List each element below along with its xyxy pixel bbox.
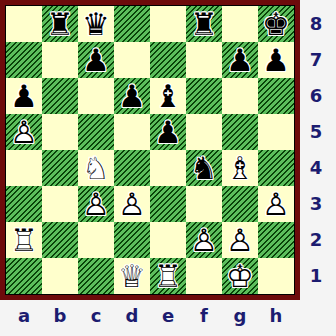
white-pawn-underlay: ♟ bbox=[186, 222, 222, 258]
square-f6[interactable] bbox=[186, 78, 222, 114]
black-king-underlay: ♚ bbox=[258, 6, 294, 42]
square-e4[interactable] bbox=[150, 150, 186, 186]
square-b2[interactable] bbox=[42, 222, 78, 258]
square-d4[interactable] bbox=[114, 150, 150, 186]
white-bishop[interactable]: ♗ bbox=[222, 150, 258, 186]
rank-label-3: 3 bbox=[303, 186, 329, 222]
white-pawn[interactable]: ♙ bbox=[78, 186, 114, 222]
square-h1[interactable] bbox=[258, 258, 294, 294]
square-h5[interactable] bbox=[258, 114, 294, 150]
file-label-f: f bbox=[186, 304, 222, 328]
square-e3[interactable] bbox=[150, 186, 186, 222]
rank-label-7: 7 bbox=[303, 42, 329, 78]
square-b5[interactable] bbox=[42, 114, 78, 150]
square-d3[interactable]: ♟♙ bbox=[114, 186, 150, 222]
square-f2[interactable]: ♟♙ bbox=[186, 222, 222, 258]
black-pawn[interactable]: ♟ bbox=[114, 78, 150, 114]
black-queen-underlay: ♛ bbox=[78, 6, 114, 42]
square-e6[interactable]: ♝♝ bbox=[150, 78, 186, 114]
white-knight-underlay: ♞ bbox=[78, 150, 114, 186]
white-rook[interactable]: ♖ bbox=[6, 222, 42, 258]
black-bishop[interactable]: ♝ bbox=[150, 78, 186, 114]
white-pawn[interactable]: ♙ bbox=[114, 186, 150, 222]
white-queen[interactable]: ♕ bbox=[114, 258, 150, 294]
rank-label-1: 1 bbox=[303, 258, 329, 294]
black-pawn-underlay: ♟ bbox=[78, 42, 114, 78]
black-pawn-underlay: ♟ bbox=[150, 114, 186, 150]
white-queen-underlay: ♛ bbox=[114, 258, 150, 294]
square-c3[interactable]: ♟♙ bbox=[78, 186, 114, 222]
black-knight-underlay: ♞ bbox=[186, 150, 222, 186]
black-pawn[interactable]: ♟ bbox=[150, 114, 186, 150]
white-king-underlay: ♚ bbox=[222, 258, 258, 294]
black-king[interactable]: ♚ bbox=[258, 6, 294, 42]
square-e5[interactable]: ♟♟ bbox=[150, 114, 186, 150]
white-rook[interactable]: ♖ bbox=[150, 258, 186, 294]
square-d2[interactable] bbox=[114, 222, 150, 258]
square-f3[interactable] bbox=[186, 186, 222, 222]
square-a5[interactable]: ♟♙ bbox=[6, 114, 42, 150]
square-d7[interactable] bbox=[114, 42, 150, 78]
black-pawn-underlay: ♟ bbox=[222, 42, 258, 78]
white-pawn[interactable]: ♙ bbox=[258, 186, 294, 222]
square-a2[interactable]: ♜♖ bbox=[6, 222, 42, 258]
file-label-d: d bbox=[114, 304, 150, 328]
square-f4[interactable]: ♞♞ bbox=[186, 150, 222, 186]
square-c2[interactable] bbox=[78, 222, 114, 258]
square-b3[interactable] bbox=[42, 186, 78, 222]
white-pawn[interactable]: ♙ bbox=[186, 222, 222, 258]
square-e2[interactable] bbox=[150, 222, 186, 258]
black-pawn-underlay: ♟ bbox=[6, 78, 42, 114]
square-b8[interactable]: ♜♜ bbox=[42, 6, 78, 42]
square-g3[interactable] bbox=[222, 186, 258, 222]
square-f7[interactable] bbox=[186, 42, 222, 78]
chess-diagram: ♜♜♛♛♜♜♚♚♟♟♟♟♟♟♟♟♟♟♝♝♟♙♟♟♞♘♞♞♝♗♟♙♟♙♟♙♜♖♟♙… bbox=[0, 0, 336, 336]
black-rook-underlay: ♜ bbox=[42, 6, 78, 42]
black-queen[interactable]: ♛ bbox=[78, 6, 114, 42]
square-e1[interactable]: ♜♖ bbox=[150, 258, 186, 294]
square-e7[interactable] bbox=[150, 42, 186, 78]
square-g2[interactable]: ♟♙ bbox=[222, 222, 258, 258]
square-a3[interactable] bbox=[6, 186, 42, 222]
square-h2[interactable] bbox=[258, 222, 294, 258]
square-a1[interactable] bbox=[6, 258, 42, 294]
square-a6[interactable]: ♟♟ bbox=[6, 78, 42, 114]
square-g4[interactable]: ♝♗ bbox=[222, 150, 258, 186]
square-a7[interactable] bbox=[6, 42, 42, 78]
black-pawn[interactable]: ♟ bbox=[78, 42, 114, 78]
square-h3[interactable]: ♟♙ bbox=[258, 186, 294, 222]
black-pawn-underlay: ♟ bbox=[114, 78, 150, 114]
white-pawn-underlay: ♟ bbox=[78, 186, 114, 222]
square-g7[interactable]: ♟♟ bbox=[222, 42, 258, 78]
file-label-c: c bbox=[78, 304, 114, 328]
white-rook-underlay: ♜ bbox=[150, 258, 186, 294]
black-rook[interactable]: ♜ bbox=[186, 6, 222, 42]
square-g1[interactable]: ♚♔ bbox=[222, 258, 258, 294]
square-h7[interactable]: ♟♟ bbox=[258, 42, 294, 78]
square-c4[interactable]: ♞♘ bbox=[78, 150, 114, 186]
square-f8[interactable]: ♜♜ bbox=[186, 6, 222, 42]
square-b4[interactable] bbox=[42, 150, 78, 186]
rank-label-5: 5 bbox=[303, 114, 329, 150]
white-knight[interactable]: ♘ bbox=[78, 150, 114, 186]
square-b6[interactable] bbox=[42, 78, 78, 114]
square-a4[interactable] bbox=[6, 150, 42, 186]
black-rook-underlay: ♜ bbox=[186, 6, 222, 42]
square-a8[interactable] bbox=[6, 6, 42, 42]
file-label-e: e bbox=[150, 304, 186, 328]
black-pawn[interactable]: ♟ bbox=[258, 42, 294, 78]
white-pawn[interactable]: ♙ bbox=[222, 222, 258, 258]
rank-label-4: 4 bbox=[303, 150, 329, 186]
white-pawn[interactable]: ♙ bbox=[6, 114, 42, 150]
black-pawn-underlay: ♟ bbox=[258, 42, 294, 78]
white-pawn-underlay: ♟ bbox=[114, 186, 150, 222]
black-rook[interactable]: ♜ bbox=[42, 6, 78, 42]
white-rook-underlay: ♜ bbox=[6, 222, 42, 258]
black-bishop-underlay: ♝ bbox=[150, 78, 186, 114]
square-b1[interactable] bbox=[42, 258, 78, 294]
rank-label-6: 6 bbox=[303, 78, 329, 114]
board-frame: ♜♜♛♛♜♜♚♚♟♟♟♟♟♟♟♟♟♟♝♝♟♙♟♟♞♘♞♞♝♗♟♙♟♙♟♙♜♖♟♙… bbox=[0, 0, 300, 300]
white-bishop-underlay: ♝ bbox=[222, 150, 258, 186]
file-label-h: h bbox=[258, 304, 294, 328]
square-c6[interactable] bbox=[78, 78, 114, 114]
square-d6[interactable]: ♟♟ bbox=[114, 78, 150, 114]
square-c1[interactable] bbox=[78, 258, 114, 294]
file-labels: abcdefgh bbox=[6, 304, 294, 328]
file-label-a: a bbox=[6, 304, 42, 328]
white-pawn-underlay: ♟ bbox=[258, 186, 294, 222]
white-king[interactable]: ♔ bbox=[222, 258, 258, 294]
square-f1[interactable] bbox=[186, 258, 222, 294]
chess-board: ♜♜♛♛♜♜♚♚♟♟♟♟♟♟♟♟♟♟♝♝♟♙♟♟♞♘♞♞♝♗♟♙♟♙♟♙♜♖♟♙… bbox=[6, 6, 294, 294]
square-d1[interactable]: ♛♕ bbox=[114, 258, 150, 294]
square-d5[interactable] bbox=[114, 114, 150, 150]
black-knight[interactable]: ♞ bbox=[186, 150, 222, 186]
square-h4[interactable] bbox=[258, 150, 294, 186]
file-label-b: b bbox=[42, 304, 78, 328]
square-c8[interactable]: ♛♛ bbox=[78, 6, 114, 42]
file-label-g: g bbox=[222, 304, 258, 328]
square-h6[interactable] bbox=[258, 78, 294, 114]
square-e8[interactable] bbox=[150, 6, 186, 42]
square-d8[interactable] bbox=[114, 6, 150, 42]
square-f5[interactable] bbox=[186, 114, 222, 150]
square-b7[interactable] bbox=[42, 42, 78, 78]
square-c7[interactable]: ♟♟ bbox=[78, 42, 114, 78]
rank-label-8: 8 bbox=[303, 6, 329, 42]
rank-label-2: 2 bbox=[303, 222, 329, 258]
rank-labels: 87654321 bbox=[303, 6, 329, 294]
square-g6[interactable] bbox=[222, 78, 258, 114]
white-pawn-underlay: ♟ bbox=[222, 222, 258, 258]
black-pawn[interactable]: ♟ bbox=[6, 78, 42, 114]
square-g5[interactable] bbox=[222, 114, 258, 150]
white-pawn-underlay: ♟ bbox=[6, 114, 42, 150]
black-pawn[interactable]: ♟ bbox=[222, 42, 258, 78]
square-g8[interactable] bbox=[222, 6, 258, 42]
square-h8[interactable]: ♚♚ bbox=[258, 6, 294, 42]
square-c5[interactable] bbox=[78, 114, 114, 150]
